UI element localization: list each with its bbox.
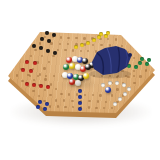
- track-hole: [21, 80, 23, 82]
- blue-painted-hole: [78, 95, 82, 99]
- track-hole: [111, 107, 113, 109]
- track-hole: [103, 107, 105, 109]
- white-painted-hole: [122, 83, 126, 87]
- track-hole: [55, 88, 57, 90]
- track-hole: [88, 100, 90, 102]
- track-hole: [68, 93, 70, 95]
- red-painted-hole: [25, 60, 29, 64]
- track-hole: [50, 83, 52, 85]
- red-painted-hole: [46, 85, 50, 89]
- red-painted-hole: [21, 68, 25, 72]
- track-hole: [72, 106, 74, 108]
- black-painted-hole: [40, 37, 44, 41]
- track-hole: [67, 43, 69, 45]
- track-hole: [59, 43, 61, 45]
- track-hole: [39, 73, 41, 75]
- track-hole: [63, 99, 65, 101]
- bag-drawstring-knot: [128, 53, 132, 57]
- track-hole: [111, 94, 113, 96]
- blue-painted-hole: [78, 101, 82, 105]
- yellow-painted-hole: [80, 43, 84, 47]
- track-hole: [92, 94, 94, 96]
- black-painted-hole: [46, 49, 50, 53]
- track-hole: [60, 93, 62, 95]
- track-hole: [16, 74, 18, 76]
- track-hole: [75, 37, 77, 39]
- track-hole: [95, 107, 97, 109]
- track-hole: [99, 94, 101, 96]
- track-hole: [52, 55, 54, 57]
- marble-bag[interactable]: [85, 42, 137, 82]
- track-hole: [57, 105, 59, 107]
- track-hole: [60, 36, 62, 38]
- track-hole: [84, 94, 86, 96]
- track-hole: [30, 55, 32, 57]
- track-hole: [83, 37, 85, 39]
- track-hole: [39, 42, 41, 44]
- track-hole: [64, 106, 66, 108]
- track-hole: [43, 67, 45, 69]
- track-hole: [48, 61, 50, 63]
- black-painted-hole: [52, 33, 56, 37]
- red-painted-hole: [39, 84, 43, 88]
- track-hole: [55, 99, 57, 101]
- track-hole: [133, 82, 135, 84]
- track-hole: [44, 78, 46, 80]
- black-painted-hole: [32, 44, 36, 48]
- track-hole: [37, 75, 39, 77]
- track-hole: [67, 37, 69, 39]
- white-painted-hole: [113, 102, 117, 106]
- track-hole: [38, 95, 40, 97]
- track-hole: [115, 38, 117, 40]
- track-hole: [29, 75, 31, 77]
- blue-painted-hole: [78, 107, 82, 111]
- track-hole: [139, 75, 141, 77]
- red-painted-hole: [33, 61, 37, 65]
- red-painted-hole: [29, 69, 33, 73]
- track-hole: [64, 49, 66, 51]
- track-hole: [80, 50, 82, 52]
- red-painted-hole: [32, 83, 36, 87]
- yellow-painted-hole: [74, 45, 78, 49]
- blue-painted-hole: [36, 105, 40, 109]
- white-painted-hole: [101, 83, 105, 87]
- track-hole: [50, 42, 52, 44]
- track-hole: [49, 105, 51, 107]
- blue-marble[interactable]: [105, 87, 111, 93]
- track-hole: [88, 106, 90, 108]
- track-hole: [45, 75, 47, 77]
- blue-painted-hole: [38, 100, 42, 104]
- white-painted-hole: [127, 87, 131, 91]
- track-hole: [145, 69, 147, 71]
- track-hole: [33, 79, 35, 81]
- track-hole: [105, 101, 107, 103]
- track-hole: [49, 94, 51, 96]
- track-hole: [32, 90, 34, 92]
- black-painted-hole: [53, 51, 57, 55]
- product-photo-scene: [0, 0, 160, 160]
- track-hole: [97, 100, 99, 102]
- black-painted-hole: [39, 46, 43, 50]
- track-hole: [72, 49, 74, 51]
- track-hole: [71, 100, 73, 102]
- track-hole: [44, 89, 46, 91]
- track-hole: [107, 38, 109, 40]
- green-painted-hole: [138, 61, 142, 65]
- track-hole: [34, 49, 36, 51]
- track-hole: [116, 88, 118, 90]
- green-painted-hole: [145, 62, 149, 66]
- black-painted-hole: [45, 31, 49, 35]
- track-hole: [57, 49, 59, 51]
- track-hole: [41, 55, 43, 57]
- blue-painted-hole: [43, 107, 47, 111]
- track-hole: [53, 75, 55, 77]
- white-painted-hole: [118, 97, 122, 101]
- track-hole: [44, 36, 46, 38]
- white-painted-hole: [123, 92, 127, 96]
